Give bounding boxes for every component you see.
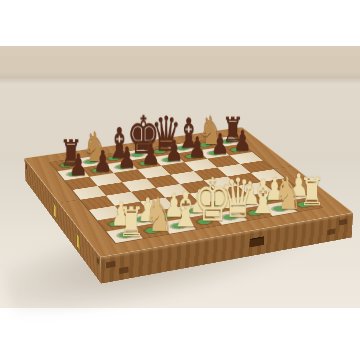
square-a1: ♜ xyxy=(285,197,322,211)
product-photo: ♜♞♝♚♛♝♞♜♟♟♟♟♟♟♟♟♟♟♟♟♟♟♟♟♜♞♝♚♛♝♞♜ xyxy=(0,0,360,360)
finger-joint xyxy=(25,163,27,170)
finger-joint xyxy=(327,228,336,235)
felt-base xyxy=(166,221,192,231)
felt-base xyxy=(225,146,248,154)
finger-joint xyxy=(339,219,348,226)
felt-base xyxy=(112,230,138,241)
felt-base xyxy=(139,225,165,236)
felt-base xyxy=(191,216,217,226)
brass-latch-icon xyxy=(53,202,57,220)
felt-base xyxy=(267,204,293,214)
square-f1: ♝ xyxy=(160,218,197,233)
square-g2: ♟ xyxy=(124,212,160,227)
felt-base xyxy=(63,170,86,179)
felt-base xyxy=(158,156,181,164)
square-h4 xyxy=(81,196,115,210)
felt-base xyxy=(242,208,268,218)
felt-base xyxy=(291,200,317,210)
felt-base xyxy=(217,212,243,222)
finger-joint xyxy=(106,261,116,269)
clasp-slot xyxy=(249,236,264,247)
square-d5 xyxy=(170,171,203,184)
finger-joint xyxy=(97,257,99,266)
finger-joint xyxy=(119,267,129,275)
brass-latch-icon xyxy=(76,233,80,252)
felt-base xyxy=(279,190,304,199)
felt-base xyxy=(255,194,280,203)
